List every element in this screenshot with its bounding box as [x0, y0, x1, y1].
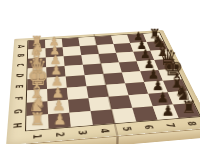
file-label-C: C	[10, 61, 29, 69]
square-h3[interactable]	[69, 111, 92, 127]
file-label-A: A	[12, 43, 30, 50]
square-h2[interactable]: ♟	[48, 113, 71, 129]
piece-white-rook-h1[interactable]: ♜	[26, 111, 48, 129]
file-label-B: B	[11, 52, 29, 60]
piece-white-pawn-h2[interactable]: ♟	[49, 112, 71, 127]
square-h7[interactable]: ♟	[153, 105, 179, 120]
chess-set-photo: ABCDEFGH 12345678 ♜♟♟♜♞♟♟♞♝♟♟♝♛♟♟♛♚♟♟♚♝♟…	[0, 0, 200, 144]
piece-black-rook-h8[interactable]: ♜	[178, 99, 199, 116]
square-h1[interactable]: ♜	[26, 114, 48, 130]
board-frame: ABCDEFGH 12345678 ♜♟♟♜♞♟♟♞♝♟♟♝♛♟♟♛♚♟♟♚♝♟…	[6, 30, 200, 144]
board-grid: ♜♟♟♜♞♟♟♞♝♟♟♝♛♟♟♛♚♟♟♚♝♟♟♝♞♟♟♞♜♟♟♜	[25, 32, 200, 131]
chess-board: ABCDEFGH 12345678 ♜♟♟♜♞♟♟♞♝♟♟♝♛♟♟♛♚♟♟♚♝♟…	[6, 30, 200, 144]
square-d6[interactable]	[119, 61, 140, 72]
fold-seam-edge	[116, 137, 119, 144]
piece-black-pawn-h7[interactable]: ♟	[157, 103, 179, 118]
